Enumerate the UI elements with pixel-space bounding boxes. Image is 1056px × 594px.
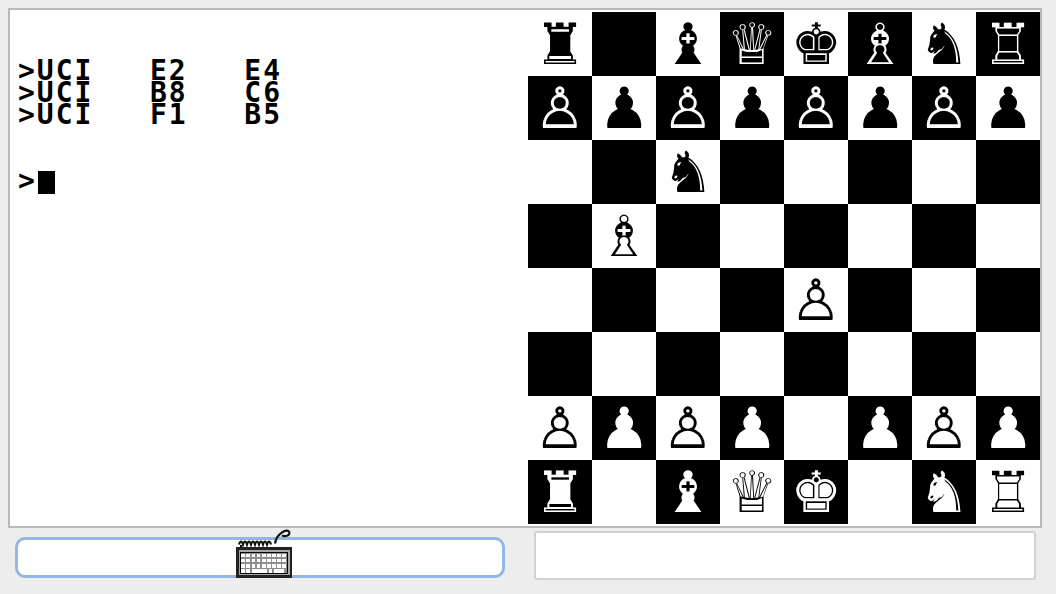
square-a4[interactable] <box>528 268 592 332</box>
black-pawn: ♙ <box>918 76 969 140</box>
terminal-cursor <box>38 171 55 194</box>
square-h5[interactable] <box>976 204 1040 268</box>
white-pawn: ♙ <box>918 396 969 460</box>
white-pawn: ♟ <box>854 396 905 460</box>
white-pawn: ♟ <box>598 396 649 460</box>
white-pawn: ♟ <box>982 396 1033 460</box>
white-king: ♚ <box>790 460 841 524</box>
square-d5[interactable] <box>720 204 784 268</box>
white-bishop: ♗ <box>598 204 649 268</box>
square-d3[interactable] <box>720 332 784 396</box>
black-pawn: ♙ <box>790 76 841 140</box>
black-pawn: ♙ <box>662 76 713 140</box>
square-e5[interactable] <box>784 204 848 268</box>
square-f7[interactable]: ♟ <box>848 76 912 140</box>
square-h7[interactable]: ♟ <box>976 76 1040 140</box>
terminal-line: >UCI F1 B5 <box>18 104 282 126</box>
square-h2[interactable]: ♟ <box>976 396 1040 460</box>
square-c7[interactable]: ♙ <box>656 76 720 140</box>
black-rook: ♖ <box>982 12 1033 76</box>
black-king: ♚ <box>790 12 841 76</box>
black-rook: ♜ <box>534 12 585 76</box>
square-h4[interactable] <box>976 268 1040 332</box>
square-c2[interactable]: ♙ <box>656 396 720 460</box>
square-e4[interactable]: ♙ <box>784 268 848 332</box>
square-c5[interactable] <box>656 204 720 268</box>
black-pawn: ♟ <box>854 76 905 140</box>
square-e8[interactable]: ♚ <box>784 12 848 76</box>
square-b7[interactable]: ♟ <box>592 76 656 140</box>
square-c6[interactable]: ♞ <box>656 140 720 204</box>
square-b8[interactable] <box>592 12 656 76</box>
square-e6[interactable] <box>784 140 848 204</box>
square-c1[interactable]: ♝ <box>656 460 720 524</box>
engine-output-box[interactable] <box>534 531 1036 580</box>
square-g8[interactable]: ♞ <box>912 12 976 76</box>
square-b5[interactable]: ♗ <box>592 204 656 268</box>
square-g7[interactable]: ♙ <box>912 76 976 140</box>
square-f1[interactable] <box>848 460 912 524</box>
square-a7[interactable]: ♙ <box>528 76 592 140</box>
square-d4[interactable] <box>720 268 784 332</box>
square-c3[interactable] <box>656 332 720 396</box>
square-g1[interactable]: ♞ <box>912 460 976 524</box>
square-d1[interactable]: ♕ <box>720 460 784 524</box>
square-c4[interactable] <box>656 268 720 332</box>
square-e3[interactable] <box>784 332 848 396</box>
black-knight: ♞ <box>662 140 713 204</box>
white-pawn: ♟ <box>726 396 777 460</box>
square-f8[interactable]: ♗ <box>848 12 912 76</box>
white-rook: ♜ <box>534 460 585 524</box>
square-h6[interactable] <box>976 140 1040 204</box>
square-g6[interactable] <box>912 140 976 204</box>
black-pawn: ♙ <box>534 76 585 140</box>
square-a6[interactable] <box>528 140 592 204</box>
terminal-prompt-line: > <box>18 170 282 192</box>
main-panel: >UCI E2 E4>UCI B8 C6>UCI F1 B5 > ♜♝♕♚♗♞♖… <box>8 8 1042 528</box>
square-g2[interactable]: ♙ <box>912 396 976 460</box>
square-a8[interactable]: ♜ <box>528 12 592 76</box>
square-d8[interactable]: ♕ <box>720 12 784 76</box>
terminal-prompt: > <box>18 164 37 197</box>
black-bishop: ♝ <box>662 12 713 76</box>
square-g4[interactable] <box>912 268 976 332</box>
black-pawn: ♟ <box>726 76 777 140</box>
square-g3[interactable] <box>912 332 976 396</box>
square-f6[interactable] <box>848 140 912 204</box>
square-g5[interactable] <box>912 204 976 268</box>
uci-console: >UCI E2 E4>UCI B8 C6>UCI F1 B5 > <box>18 16 282 236</box>
square-b6[interactable] <box>592 140 656 204</box>
black-knight: ♞ <box>918 12 969 76</box>
square-d2[interactable]: ♟ <box>720 396 784 460</box>
black-bishop: ♗ <box>854 12 905 76</box>
square-a5[interactable] <box>528 204 592 268</box>
square-e2[interactable] <box>784 396 848 460</box>
white-pawn: ♙ <box>534 396 585 460</box>
white-queen: ♕ <box>726 460 777 524</box>
square-f3[interactable] <box>848 332 912 396</box>
square-b4[interactable] <box>592 268 656 332</box>
square-c8[interactable]: ♝ <box>656 12 720 76</box>
square-h1[interactable]: ♖ <box>976 460 1040 524</box>
square-h3[interactable] <box>976 332 1040 396</box>
white-rook: ♖ <box>982 460 1033 524</box>
square-a3[interactable] <box>528 332 592 396</box>
white-knight: ♞ <box>918 460 969 524</box>
square-e1[interactable]: ♚ <box>784 460 848 524</box>
square-a1[interactable]: ♜ <box>528 460 592 524</box>
square-b1[interactable] <box>592 460 656 524</box>
black-pawn: ♟ <box>598 76 649 140</box>
square-b3[interactable] <box>592 332 656 396</box>
square-a2[interactable]: ♙ <box>528 396 592 460</box>
black-pawn: ♟ <box>982 76 1033 140</box>
white-pawn: ♙ <box>662 396 713 460</box>
square-f2[interactable]: ♟ <box>848 396 912 460</box>
square-b2[interactable]: ♟ <box>592 396 656 460</box>
terminal-history: >UCI E2 E4>UCI B8 C6>UCI F1 B5 <box>18 60 282 126</box>
chess-board[interactable]: ♜♝♕♚♗♞♖♙♟♙♟♙♟♙♟♞♗♙♙♟♙♟♟♙♟♜♝♕♚♞♖ <box>528 12 1040 524</box>
square-f5[interactable] <box>848 204 912 268</box>
square-d6[interactable] <box>720 140 784 204</box>
black-queen: ♕ <box>726 12 777 76</box>
square-f4[interactable] <box>848 268 912 332</box>
keyboard-icon <box>232 523 296 580</box>
square-e7[interactable]: ♙ <box>784 76 848 140</box>
square-h8[interactable]: ♖ <box>976 12 1040 76</box>
white-pawn: ♙ <box>790 268 841 332</box>
white-bishop: ♝ <box>662 460 713 524</box>
square-d7[interactable]: ♟ <box>720 76 784 140</box>
